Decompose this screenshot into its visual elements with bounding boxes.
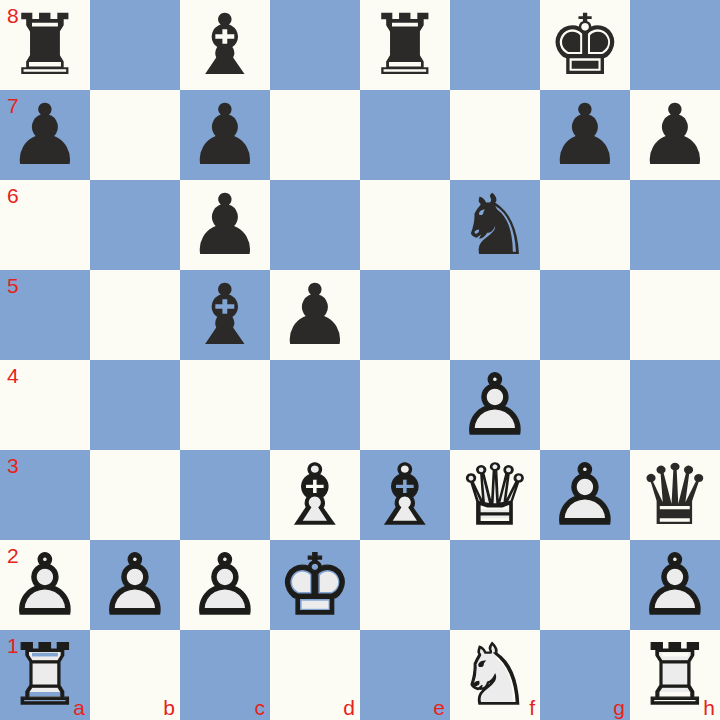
square-b8[interactable]: [90, 0, 180, 90]
square-c7[interactable]: ♟: [180, 90, 270, 180]
piece-white-pawn: ♟: [630, 540, 720, 630]
square-c3[interactable]: [180, 450, 270, 540]
piece-black-pawn: ♟: [180, 180, 270, 270]
square-c1[interactable]: [180, 630, 270, 720]
square-f4[interactable]: ♟♙: [450, 360, 540, 450]
piece-white-rook: ♜: [630, 630, 720, 720]
piece-black-pawn: ♟: [540, 90, 630, 180]
piece-black-pawn: ♟: [630, 90, 720, 180]
square-h4[interactable]: [630, 360, 720, 450]
piece-white-pawn: ♟: [90, 540, 180, 630]
piece-white-pawn: ♟: [540, 450, 630, 540]
square-f8[interactable]: [450, 0, 540, 90]
square-e8[interactable]: ♜: [360, 0, 450, 90]
square-d7[interactable]: [270, 90, 360, 180]
square-g6[interactable]: [540, 180, 630, 270]
square-d3[interactable]: ♝♗: [270, 450, 360, 540]
chess-board: ♜♝♜♚♟♟♟♟♟♞♝♟♟♙♝♗♝♗♛♕♟♙♛♟♙♟♙♟♙♚♔♟♙♜♖♞♘♜♖8…: [0, 0, 720, 720]
piece-white-pawn-outline: ♙: [450, 360, 540, 450]
piece-white-pawn-outline: ♙: [630, 540, 720, 630]
square-g7[interactable]: ♟: [540, 90, 630, 180]
square-b4[interactable]: [90, 360, 180, 450]
square-g3[interactable]: ♟♙: [540, 450, 630, 540]
piece-white-rook-outline: ♖: [0, 630, 90, 720]
square-g1[interactable]: [540, 630, 630, 720]
square-c2[interactable]: ♟♙: [180, 540, 270, 630]
piece-white-knight: ♞: [450, 630, 540, 720]
piece-white-knight-outline: ♘: [450, 630, 540, 720]
square-h3[interactable]: ♛: [630, 450, 720, 540]
square-a3[interactable]: [0, 450, 90, 540]
square-f3[interactable]: ♛♕: [450, 450, 540, 540]
piece-black-pawn: ♟: [0, 90, 90, 180]
square-e4[interactable]: [360, 360, 450, 450]
piece-white-bishop: ♝: [360, 450, 450, 540]
square-h6[interactable]: [630, 180, 720, 270]
square-d4[interactable]: [270, 360, 360, 450]
square-d6[interactable]: [270, 180, 360, 270]
square-b6[interactable]: [90, 180, 180, 270]
square-d8[interactable]: [270, 0, 360, 90]
piece-black-knight: ♞: [450, 180, 540, 270]
square-d1[interactable]: [270, 630, 360, 720]
square-h1[interactable]: ♜♖: [630, 630, 720, 720]
square-a1[interactable]: ♜♖: [0, 630, 90, 720]
piece-white-pawn-outline: ♙: [0, 540, 90, 630]
piece-white-bishop-outline: ♗: [270, 450, 360, 540]
square-f5[interactable]: [450, 270, 540, 360]
square-b5[interactable]: [90, 270, 180, 360]
square-c6[interactable]: ♟: [180, 180, 270, 270]
piece-white-pawn-outline: ♙: [540, 450, 630, 540]
piece-white-bishop: ♝: [270, 450, 360, 540]
square-d5[interactable]: ♟: [270, 270, 360, 360]
piece-black-king: ♚: [540, 0, 630, 90]
piece-white-king-outline: ♔: [270, 540, 360, 630]
square-h5[interactable]: [630, 270, 720, 360]
square-a2[interactable]: ♟♙: [0, 540, 90, 630]
square-a7[interactable]: ♟: [0, 90, 90, 180]
square-g2[interactable]: [540, 540, 630, 630]
square-f7[interactable]: [450, 90, 540, 180]
square-f1[interactable]: ♞♘: [450, 630, 540, 720]
square-e7[interactable]: [360, 90, 450, 180]
piece-black-rook: ♜: [360, 0, 450, 90]
square-g4[interactable]: [540, 360, 630, 450]
piece-black-pawn: ♟: [270, 270, 360, 360]
square-e1[interactable]: [360, 630, 450, 720]
square-e2[interactable]: [360, 540, 450, 630]
piece-white-queen-outline: ♕: [450, 450, 540, 540]
square-h2[interactable]: ♟♙: [630, 540, 720, 630]
square-e5[interactable]: [360, 270, 450, 360]
piece-white-pawn: ♟: [450, 360, 540, 450]
piece-white-pawn-outline: ♙: [180, 540, 270, 630]
piece-black-bishop: ♝: [180, 270, 270, 360]
square-b1[interactable]: [90, 630, 180, 720]
square-e6[interactable]: [360, 180, 450, 270]
square-b7[interactable]: [90, 90, 180, 180]
square-c8[interactable]: ♝: [180, 0, 270, 90]
piece-black-queen: ♛: [630, 450, 720, 540]
piece-white-king: ♚: [270, 540, 360, 630]
square-b3[interactable]: [90, 450, 180, 540]
piece-white-rook-outline: ♖: [630, 630, 720, 720]
square-h8[interactable]: [630, 0, 720, 90]
square-f2[interactable]: [450, 540, 540, 630]
piece-white-pawn: ♟: [0, 540, 90, 630]
piece-white-bishop-outline: ♗: [360, 450, 450, 540]
piece-white-pawn-outline: ♙: [90, 540, 180, 630]
square-g5[interactable]: [540, 270, 630, 360]
square-d2[interactable]: ♚♔: [270, 540, 360, 630]
piece-white-rook: ♜: [0, 630, 90, 720]
piece-black-pawn: ♟: [180, 90, 270, 180]
square-e3[interactable]: ♝♗: [360, 450, 450, 540]
square-a8[interactable]: ♜: [0, 0, 90, 90]
square-a5[interactable]: [0, 270, 90, 360]
square-g8[interactable]: ♚: [540, 0, 630, 90]
piece-white-pawn: ♟: [180, 540, 270, 630]
square-a4[interactable]: [0, 360, 90, 450]
square-a6[interactable]: [0, 180, 90, 270]
piece-black-bishop: ♝: [180, 0, 270, 90]
square-c5[interactable]: ♝: [180, 270, 270, 360]
square-h7[interactable]: ♟: [630, 90, 720, 180]
piece-white-queen: ♛: [450, 450, 540, 540]
square-f6[interactable]: ♞: [450, 180, 540, 270]
square-b2[interactable]: ♟♙: [90, 540, 180, 630]
piece-black-rook: ♜: [0, 0, 90, 90]
square-c4[interactable]: [180, 360, 270, 450]
